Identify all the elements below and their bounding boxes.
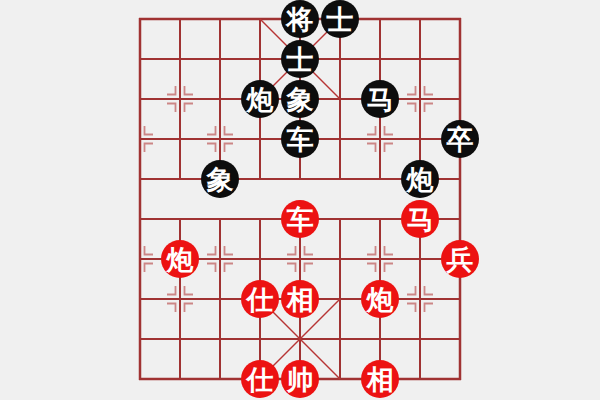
piece-red-advisor[interactable]: 仕	[241, 360, 279, 398]
piece-black-horse[interactable]: 马	[361, 80, 399, 118]
piece-red-general[interactable]: 帅	[281, 360, 319, 398]
xiangqi-screenshot: 将士士炮象马车卒象炮车马炮兵仕相炮仕帅相	[0, 0, 600, 400]
piece-black-elephant[interactable]: 象	[281, 80, 319, 118]
piece-red-elephant[interactable]: 相	[281, 280, 319, 318]
piece-red-chariot[interactable]: 车	[281, 200, 319, 238]
piece-red-horse[interactable]: 马	[401, 200, 439, 238]
piece-black-chariot[interactable]: 车	[281, 120, 319, 158]
xiangqi-board: 将士士炮象马车卒象炮车马炮兵仕相炮仕帅相	[120, 0, 480, 399]
piece-red-soldier[interactable]: 兵	[441, 240, 479, 278]
piece-black-advisor[interactable]: 士	[321, 0, 359, 38]
piece-black-elephant[interactable]: 象	[201, 160, 239, 198]
piece-red-cannon[interactable]: 炮	[361, 280, 399, 318]
piece-black-soldier[interactable]: 卒	[441, 120, 479, 158]
piece-black-general[interactable]: 将	[281, 0, 319, 38]
piece-red-cannon[interactable]: 炮	[161, 240, 199, 278]
piece-black-cannon[interactable]: 炮	[241, 80, 279, 118]
piece-black-advisor[interactable]: 士	[281, 40, 319, 78]
piece-red-advisor[interactable]: 仕	[241, 280, 279, 318]
piece-red-elephant[interactable]: 相	[361, 360, 399, 398]
piece-black-cannon[interactable]: 炮	[401, 160, 439, 198]
